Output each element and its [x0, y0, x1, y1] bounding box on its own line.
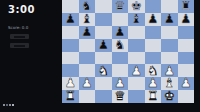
square-c6[interactable]	[95, 26, 112, 39]
piece-black-pawn: ♟	[81, 26, 92, 38]
square-a7[interactable]: ♟	[62, 13, 79, 26]
square-e7[interactable]: ♝	[128, 13, 145, 26]
piece-white-king: ♚	[164, 90, 175, 102]
square-b1[interactable]	[79, 90, 96, 103]
square-b2[interactable]: ♟	[79, 77, 96, 90]
piece-black-rook: ♜	[180, 0, 191, 12]
square-g7[interactable]: ♟	[161, 13, 178, 26]
panel-button-1[interactable]	[10, 34, 29, 39]
piece-black-pawn: ♟	[147, 13, 158, 25]
piece-black-knight: ♞	[114, 39, 125, 51]
square-d8[interactable]: ♛	[112, 0, 129, 13]
score-label: Score: 0.0	[8, 25, 62, 30]
square-g6[interactable]	[161, 26, 178, 39]
square-a6[interactable]	[62, 26, 79, 39]
square-f5[interactable]	[145, 39, 162, 52]
square-f8[interactable]	[145, 0, 162, 13]
square-g4[interactable]	[161, 52, 178, 65]
piece-black-knight: ♞	[81, 0, 92, 12]
square-h1[interactable]	[178, 90, 195, 103]
square-f2[interactable]: ♟	[145, 77, 162, 90]
chess-board: ♞♛♚♜♟♝♝♟♟♟♟♟♟♞♞♟♞♟♟♟♟♟♝♟♜♛♜♚	[62, 0, 194, 103]
square-e8[interactable]: ♚	[128, 0, 145, 13]
piece-white-rook: ♜	[147, 90, 158, 102]
square-c3[interactable]: ♞	[95, 64, 112, 77]
piece-white-knight: ♞	[147, 64, 158, 76]
square-f4[interactable]	[145, 52, 162, 65]
piece-white-pawn: ♟	[81, 77, 92, 89]
square-g1[interactable]: ♚	[161, 90, 178, 103]
square-f6[interactable]	[145, 26, 162, 39]
square-g3[interactable]: ♟	[161, 64, 178, 77]
piece-black-bishop: ♝	[131, 13, 142, 25]
square-c8[interactable]	[95, 0, 112, 13]
square-a2[interactable]: ♟	[62, 77, 79, 90]
square-c4[interactable]	[95, 52, 112, 65]
square-e4[interactable]	[128, 52, 145, 65]
square-d7[interactable]	[112, 13, 129, 26]
square-g5[interactable]	[161, 39, 178, 52]
square-d5[interactable]: ♞	[112, 39, 129, 52]
square-a4[interactable]	[62, 52, 79, 65]
piece-black-king: ♚	[131, 0, 142, 12]
square-b7[interactable]: ♝	[79, 13, 96, 26]
piece-white-pawn: ♟	[65, 77, 76, 89]
square-a1[interactable]: ♜	[62, 90, 79, 103]
panel-button-2[interactable]	[10, 43, 29, 48]
square-h4[interactable]	[178, 52, 195, 65]
square-h2[interactable]: ♟	[178, 77, 195, 90]
square-g8[interactable]	[161, 0, 178, 13]
square-c1[interactable]	[95, 90, 112, 103]
button-label-smudge	[14, 45, 25, 47]
square-h3[interactable]	[178, 64, 195, 77]
square-c5[interactable]: ♟	[95, 39, 112, 52]
square-e6[interactable]	[128, 26, 145, 39]
piece-black-pawn: ♟	[114, 26, 125, 38]
piece-white-pawn: ♟	[131, 64, 142, 76]
piece-black-bishop: ♝	[81, 13, 92, 25]
square-e1[interactable]	[128, 90, 145, 103]
piece-black-pawn: ♟	[65, 13, 76, 25]
square-h5[interactable]	[178, 39, 195, 52]
square-c7[interactable]	[95, 13, 112, 26]
square-a8[interactable]	[62, 0, 79, 13]
piece-white-pawn: ♟	[147, 77, 158, 89]
piece-white-knight: ♞	[98, 64, 109, 76]
piece-white-pawn: ♟	[164, 64, 175, 76]
square-b5[interactable]	[79, 39, 96, 52]
square-e2[interactable]	[128, 77, 145, 90]
piece-black-pawn: ♟	[180, 13, 191, 25]
piece-black-pawn: ♟	[164, 13, 175, 25]
square-g2[interactable]: ♝	[161, 77, 178, 90]
square-h6[interactable]	[178, 26, 195, 39]
square-c2[interactable]	[95, 77, 112, 90]
square-a5[interactable]	[62, 39, 79, 52]
square-e5[interactable]	[128, 39, 145, 52]
square-b3[interactable]	[79, 64, 96, 77]
game-clock: 3:00	[8, 4, 62, 15]
square-f7[interactable]: ♟	[145, 13, 162, 26]
square-f3[interactable]: ♞	[145, 64, 162, 77]
square-f1[interactable]: ♜	[145, 90, 162, 103]
square-d4[interactable]	[112, 52, 129, 65]
square-h7[interactable]: ♟	[178, 13, 195, 26]
button-label-smudge	[14, 36, 25, 38]
piece-white-pawn: ♟	[180, 77, 191, 89]
square-d3[interactable]	[112, 64, 129, 77]
side-panel: 3:00 Score: 0.0	[0, 0, 62, 112]
square-b8[interactable]: ♞	[79, 0, 96, 13]
square-h8[interactable]: ♜	[178, 0, 195, 13]
square-d1[interactable]: ♛	[112, 90, 129, 103]
square-e3[interactable]: ♟	[128, 64, 145, 77]
taskbar-dots	[3, 104, 14, 106]
piece-white-queen: ♛	[114, 90, 125, 102]
square-a3[interactable]	[62, 64, 79, 77]
piece-white-bishop: ♝	[164, 77, 175, 89]
square-b4[interactable]	[79, 52, 96, 65]
piece-black-pawn: ♟	[98, 39, 109, 51]
piece-white-pawn: ♟	[114, 77, 125, 89]
square-d6[interactable]: ♟	[112, 26, 129, 39]
square-b6[interactable]: ♟	[79, 26, 96, 39]
square-d2[interactable]: ♟	[112, 77, 129, 90]
piece-black-queen: ♛	[114, 0, 125, 12]
piece-white-rook: ♜	[65, 90, 76, 102]
